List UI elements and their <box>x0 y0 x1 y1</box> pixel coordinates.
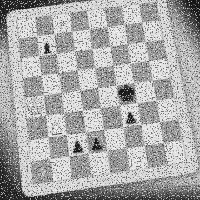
photo-canvas: ······· ♝♝♚♚♟♟♟♟❖ <box>0 0 200 200</box>
square-h4[interactable] <box>152 78 174 101</box>
white-pawn[interactable]: ♟ <box>49 120 64 137</box>
square-a4[interactable]: ♚ <box>25 95 46 118</box>
square-h2[interactable] <box>160 119 182 143</box>
black-king[interactable]: ♚ <box>115 81 139 106</box>
square-f4[interactable]: ♚ <box>116 83 137 106</box>
black-pawn[interactable]: ♟ <box>89 136 105 153</box>
board-grid: ♝♝♚♚♟♟♟♟❖ <box>17 2 186 184</box>
square-a7[interactable] <box>19 37 39 59</box>
board-edge-print: ······· <box>13 72 19 90</box>
square-b1[interactable] <box>50 156 72 181</box>
black-pawn[interactable]: ♟ <box>123 109 139 126</box>
square-h3[interactable] <box>156 98 178 121</box>
square-h8[interactable] <box>139 2 160 23</box>
board-corner-marking: ❖ <box>35 163 48 180</box>
square-b2[interactable] <box>48 135 69 159</box>
square-a6[interactable] <box>21 56 41 78</box>
square-a1[interactable]: ❖ <box>31 159 52 184</box>
square-a8[interactable] <box>17 18 37 39</box>
square-h5[interactable] <box>149 58 170 80</box>
chess-board: ······· ♝♝♚♚♟♟♟♟❖ <box>6 0 200 198</box>
square-h7[interactable] <box>142 20 163 41</box>
square-h1[interactable] <box>163 140 186 164</box>
black-bishop[interactable]: ♝ <box>40 40 55 56</box>
square-b7[interactable]: ♝ <box>37 34 57 55</box>
white-bishop[interactable]: ♝ <box>55 18 70 34</box>
white-king[interactable]: ♚ <box>24 94 47 119</box>
square-b3[interactable]: ♟ <box>46 114 67 138</box>
square-b8[interactable] <box>35 16 55 37</box>
square-h6[interactable] <box>145 39 166 61</box>
black-pawn[interactable]: ♟ <box>70 138 86 156</box>
square-a2[interactable] <box>29 137 50 161</box>
